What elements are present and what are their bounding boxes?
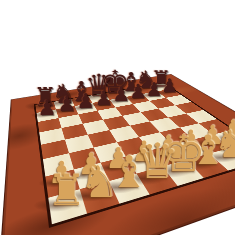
dark-pawn-f7: ♟: [129, 82, 146, 101]
dark-pawn-g7: ♟: [145, 79, 162, 98]
dark-pawn-e7: ♟: [112, 85, 130, 105]
chess-set-photo: ♜♞♝♛♚♝♞♜♟♟♟♟♟♟♟♟♟♟♟♟♟♟♟♟♜♞♝♛♚♝♞♜: [0, 0, 235, 235]
dark-pawn-c7: ♟: [76, 91, 94, 112]
dark-pawn-b7: ♟: [57, 94, 76, 115]
dark-pawn-h7: ♟: [161, 77, 178, 96]
light-rook-a1: ♜: [47, 169, 86, 212]
dark-pawn-d7: ♟: [95, 88, 113, 108]
dark-pawn-a7: ♟: [37, 97, 56, 118]
